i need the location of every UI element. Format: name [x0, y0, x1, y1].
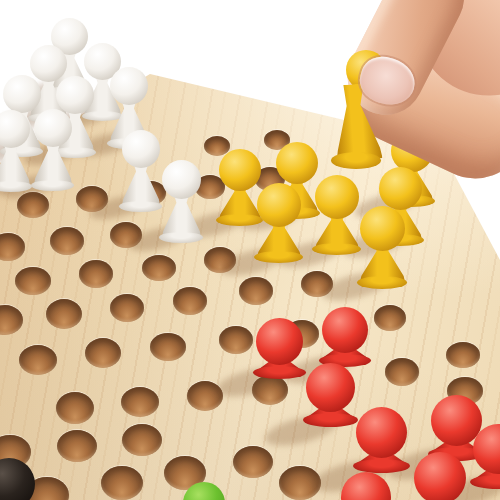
- chinese-checkers-photo: [0, 0, 500, 500]
- player-hand: [0, 0, 500, 500]
- held-yellow-peg-base[interactable]: [331, 152, 381, 169]
